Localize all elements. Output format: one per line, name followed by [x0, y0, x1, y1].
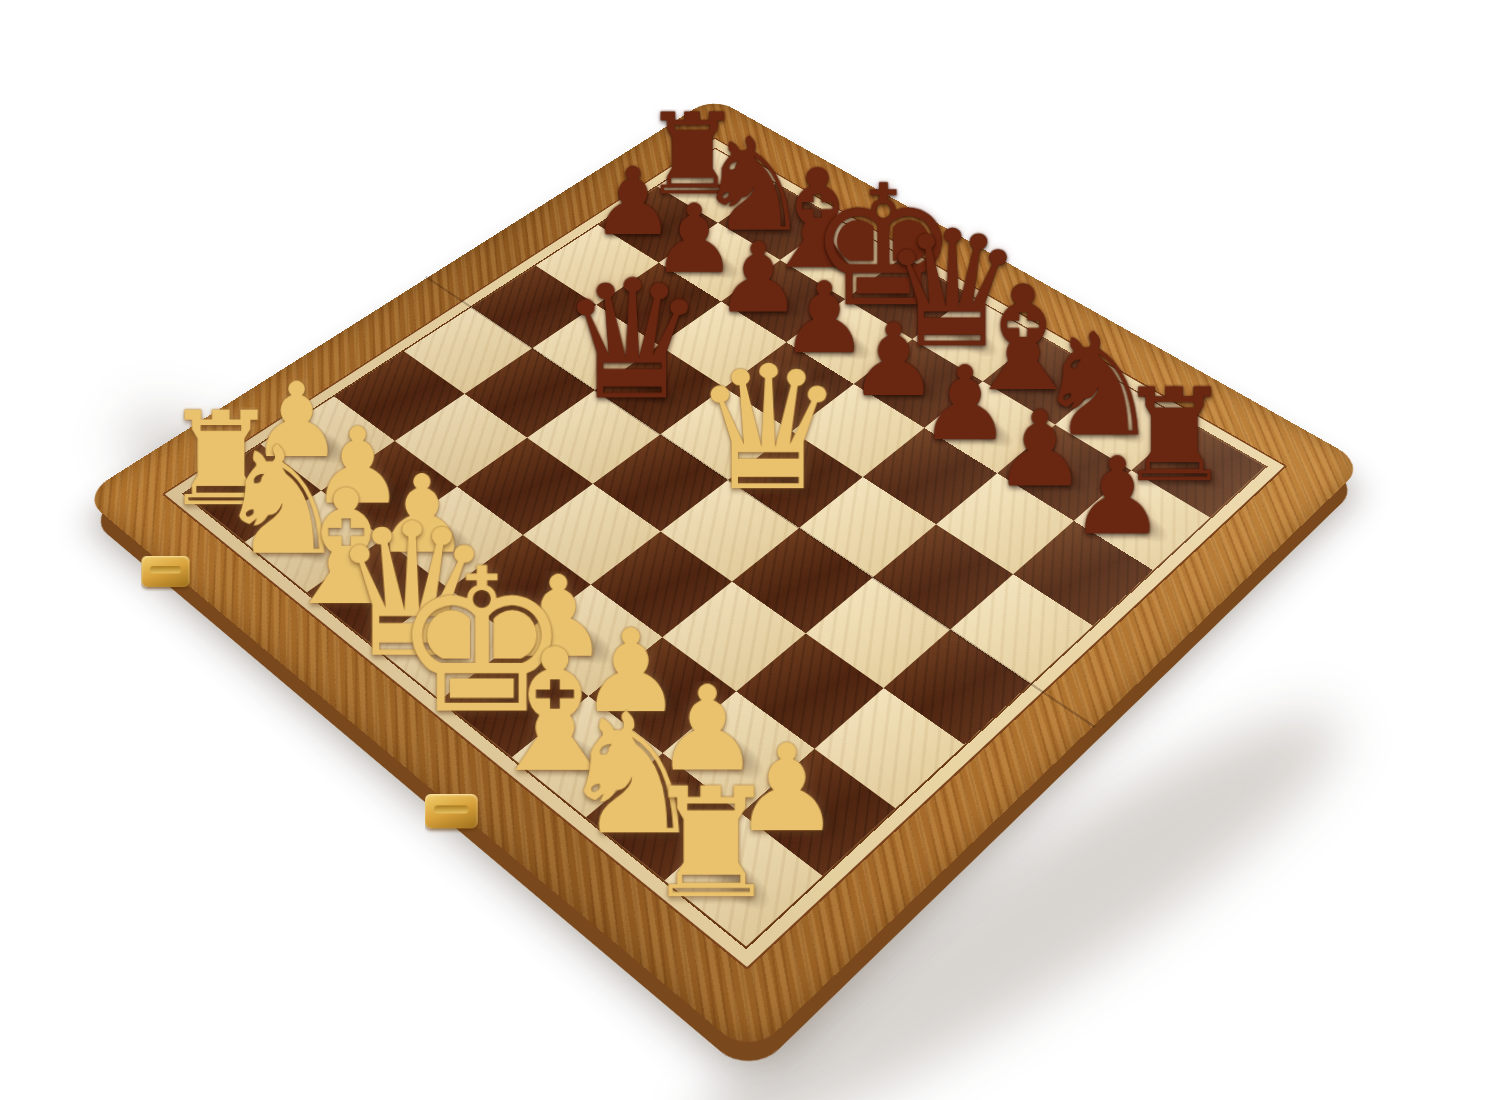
folding-chess-case: ♜♞♝♚♛♝♞♜♟♟♟♟♟♟♟♟♛♛♟♟♟♟♟♟♟♜♞♝♛♚♝♞♜: [82, 97, 1366, 1056]
product-photo-stage: ♜♞♝♚♛♝♞♜♟♟♟♟♟♟♟♟♛♛♟♟♟♟♟♟♟♜♞♝♛♚♝♞♜: [0, 0, 1500, 1100]
white-rook[interactable]: ♜: [643, 783, 779, 908]
white-queen[interactable]: ♛: [691, 359, 845, 500]
brass-latch-icon: [425, 794, 478, 829]
black-queen[interactable]: ♛: [558, 273, 706, 408]
black-pawn[interactable]: ♟: [1070, 453, 1166, 541]
brass-latch-icon: [142, 556, 190, 587]
